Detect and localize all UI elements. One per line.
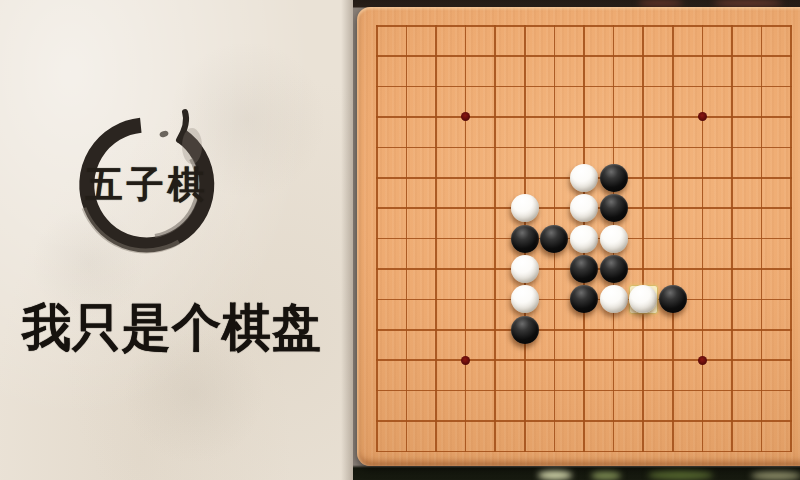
stone-black[interactable]	[511, 225, 539, 253]
board-scene	[353, 0, 800, 480]
left-panel: 五子棋 我只是个棋盘	[0, 0, 353, 480]
logo-title: 五子棋	[86, 160, 209, 210]
star-point	[461, 356, 470, 365]
grid-line-vertical	[642, 25, 644, 452]
background-blur-blob	[713, 0, 783, 7]
background-blur-blob	[638, 0, 683, 7]
stone-black[interactable]	[600, 194, 628, 222]
grid-line-horizontal	[376, 329, 792, 331]
grid-line-vertical	[702, 25, 704, 452]
grid-line-horizontal	[376, 420, 792, 422]
grid-line-vertical	[790, 25, 792, 452]
grid-line-horizontal	[376, 359, 792, 361]
grid-line-horizontal	[376, 451, 792, 453]
goban-board[interactable]	[357, 7, 800, 466]
star-point	[698, 356, 707, 365]
star-point	[461, 112, 470, 121]
caption-text: 我只是个棋盘	[2, 294, 342, 363]
stone-black[interactable]	[600, 255, 628, 283]
star-point	[698, 112, 707, 121]
stone-black[interactable]	[659, 285, 687, 313]
background-blur-blob	[648, 470, 713, 480]
stone-black[interactable]	[570, 285, 598, 313]
stone-white[interactable]	[511, 255, 539, 283]
stone-white[interactable]	[600, 225, 628, 253]
stone-black[interactable]	[511, 316, 539, 344]
gomoku-app-screen: 五子棋 我只是个棋盘	[0, 0, 800, 480]
background-blur-blob	[591, 471, 621, 480]
grid-line-vertical	[731, 25, 733, 452]
stone-black[interactable]	[570, 255, 598, 283]
grid-line-vertical	[761, 25, 763, 452]
stone-black[interactable]	[600, 164, 628, 192]
grid-line-vertical	[672, 25, 674, 452]
background-blur-blob	[538, 470, 572, 480]
grid-line-horizontal	[376, 390, 792, 392]
stone-white[interactable]	[570, 194, 598, 222]
stone-white[interactable]	[600, 285, 628, 313]
stone-black[interactable]	[540, 225, 568, 253]
stone-white[interactable]	[511, 194, 539, 222]
background-blur-blob	[751, 471, 800, 480]
stone-white[interactable]	[511, 285, 539, 313]
stone-white[interactable]	[570, 225, 598, 253]
stone-white[interactable]	[570, 164, 598, 192]
